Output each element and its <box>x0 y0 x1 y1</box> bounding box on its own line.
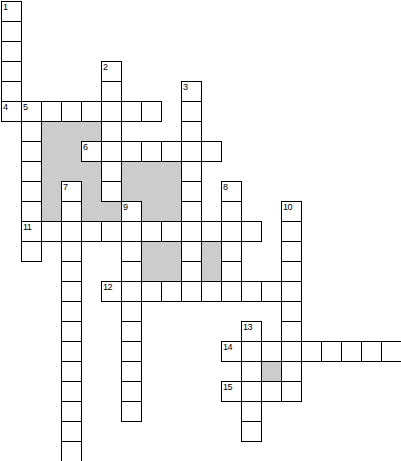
shaded-cell <box>81 181 102 202</box>
grid-cell[interactable]: 11 <box>21 221 42 242</box>
grid-cell[interactable] <box>241 281 262 302</box>
clue-number: 15 <box>223 382 232 392</box>
grid-cell[interactable] <box>281 241 302 262</box>
clue-number: 10 <box>283 202 292 212</box>
grid-cell[interactable]: 13 <box>241 321 262 342</box>
shaded-cell <box>61 141 82 162</box>
grid-cell[interactable] <box>161 281 182 302</box>
clue-number: 8 <box>223 182 228 192</box>
grid-cell[interactable] <box>121 221 142 242</box>
shaded-cell <box>61 161 82 182</box>
grid-cell[interactable] <box>61 301 82 322</box>
clue-number: 4 <box>3 102 8 112</box>
grid-cell[interactable] <box>121 381 142 402</box>
clue-number: 13 <box>243 322 252 332</box>
shaded-cell <box>81 161 102 182</box>
grid-cell[interactable]: 8 <box>221 181 242 202</box>
clue-number: 7 <box>63 182 68 192</box>
grid-cell[interactable] <box>181 261 202 282</box>
shaded-cell <box>41 121 62 142</box>
grid-cell[interactable] <box>161 141 182 162</box>
shaded-cell <box>161 201 182 222</box>
grid-cell[interactable] <box>121 361 142 382</box>
grid-cell[interactable] <box>61 281 82 302</box>
grid-cell[interactable] <box>281 281 302 302</box>
shaded-cell <box>161 161 182 182</box>
grid-cell[interactable] <box>41 101 62 122</box>
grid-cell[interactable] <box>281 321 302 342</box>
grid-cell[interactable] <box>181 121 202 142</box>
grid-cell[interactable] <box>121 241 142 262</box>
shaded-cell <box>141 241 162 262</box>
grid-cell[interactable] <box>261 381 282 402</box>
grid-cell[interactable] <box>61 341 82 362</box>
grid-cell[interactable] <box>221 241 242 262</box>
clue-number: 11 <box>23 222 31 232</box>
grid-cell[interactable] <box>301 341 322 362</box>
grid-cell[interactable] <box>1 21 22 42</box>
grid-cell[interactable] <box>181 201 202 222</box>
grid-cell[interactable] <box>221 221 242 242</box>
grid-cell[interactable] <box>1 61 22 82</box>
grid-cell[interactable]: 1 <box>1 1 22 22</box>
shaded-cell <box>81 121 102 142</box>
shaded-cell <box>141 201 162 222</box>
grid-cell[interactable]: 6 <box>81 141 102 162</box>
grid-cell[interactable] <box>221 281 242 302</box>
grid-cell[interactable] <box>141 141 162 162</box>
grid-cell[interactable]: 5 <box>21 101 42 122</box>
grid-cell[interactable]: 3 <box>181 81 202 102</box>
grid-cell[interactable]: 2 <box>101 61 122 82</box>
clue-number: 1 <box>3 2 8 12</box>
shaded-cell <box>41 201 62 222</box>
grid-cell[interactable] <box>121 301 142 322</box>
grid-cell[interactable] <box>201 281 222 302</box>
grid-cell[interactable] <box>221 201 242 222</box>
clue-number: 3 <box>183 82 188 92</box>
grid-cell[interactable] <box>181 161 202 182</box>
shaded-cell <box>41 181 62 202</box>
grid-cell[interactable] <box>181 241 202 262</box>
grid-cell[interactable] <box>241 341 262 362</box>
grid-cell[interactable] <box>101 101 122 122</box>
grid-cell[interactable]: 12 <box>101 281 122 302</box>
grid-cell[interactable] <box>121 101 142 122</box>
grid-cell[interactable] <box>41 221 62 242</box>
grid-cell[interactable] <box>181 101 202 122</box>
grid-cell[interactable] <box>181 281 202 302</box>
grid-cell[interactable] <box>141 281 162 302</box>
grid-cell[interactable] <box>21 141 42 162</box>
grid-cell[interactable] <box>101 181 122 202</box>
grid-cell[interactable] <box>181 181 202 202</box>
grid-cell[interactable] <box>1 41 22 62</box>
grid-cell[interactable] <box>241 401 262 422</box>
grid-cell[interactable] <box>21 201 42 222</box>
grid-cell[interactable] <box>361 341 382 362</box>
grid-cell[interactable] <box>21 181 42 202</box>
grid-cell[interactable] <box>221 261 242 282</box>
grid-cell[interactable] <box>181 141 202 162</box>
grid-cell[interactable] <box>281 381 302 402</box>
crossword-grid: 123456789101112131415 <box>0 0 401 461</box>
grid-cell[interactable] <box>61 201 82 222</box>
grid-cell[interactable] <box>281 301 302 322</box>
shaded-cell <box>41 161 62 182</box>
grid-cell[interactable] <box>121 321 142 342</box>
grid-cell[interactable] <box>101 81 122 102</box>
grid-cell[interactable] <box>141 221 162 242</box>
shaded-cell <box>121 181 142 202</box>
clue-number: 6 <box>83 142 88 152</box>
shaded-cell <box>101 201 122 222</box>
grid-cell[interactable] <box>241 221 262 242</box>
grid-cell[interactable] <box>341 341 362 362</box>
grid-cell[interactable] <box>261 281 282 302</box>
grid-cell[interactable]: 14 <box>221 341 242 362</box>
grid-cell[interactable] <box>141 101 162 122</box>
grid-cell[interactable] <box>281 341 302 362</box>
grid-cell[interactable] <box>101 141 122 162</box>
clue-number: 12 <box>103 282 112 292</box>
grid-cell[interactable] <box>241 361 262 382</box>
grid-cell[interactable] <box>61 361 82 382</box>
grid-cell[interactable] <box>81 221 102 242</box>
grid-cell[interactable]: 7 <box>61 181 82 202</box>
grid-cell[interactable] <box>61 421 82 442</box>
clue-number: 9 <box>123 202 128 212</box>
grid-cell[interactable] <box>61 101 82 122</box>
clue-number: 2 <box>103 62 108 72</box>
grid-cell[interactable] <box>101 161 122 182</box>
grid-cell[interactable]: 10 <box>281 201 302 222</box>
grid-cell[interactable]: 15 <box>221 381 242 402</box>
grid-cell[interactable] <box>1 81 22 102</box>
grid-cell[interactable] <box>381 341 401 362</box>
grid-cell[interactable] <box>121 261 142 282</box>
grid-cell[interactable]: 4 <box>1 101 22 122</box>
shaded-cell <box>41 141 62 162</box>
shaded-cell <box>201 241 222 262</box>
grid-cell[interactable] <box>101 221 122 242</box>
grid-cell[interactable] <box>281 221 302 242</box>
grid-cell[interactable] <box>121 401 142 422</box>
clue-number: 5 <box>23 102 28 112</box>
grid-cell[interactable] <box>61 321 82 342</box>
grid-cell[interactable] <box>321 341 342 362</box>
grid-cell[interactable] <box>201 221 222 242</box>
grid-cell[interactable] <box>261 341 282 362</box>
grid-cell[interactable] <box>281 361 302 382</box>
shaded-cell <box>141 181 162 202</box>
grid-cell[interactable] <box>241 421 262 442</box>
grid-cell[interactable] <box>101 121 122 142</box>
clue-number: 14 <box>223 342 232 352</box>
grid-cell[interactable] <box>201 141 222 162</box>
shaded-cell <box>161 241 182 262</box>
grid-cell[interactable] <box>161 221 182 242</box>
grid-cell[interactable] <box>181 221 202 242</box>
grid-cell[interactable] <box>21 161 42 182</box>
grid-cell[interactable] <box>61 401 82 422</box>
shaded-cell <box>141 161 162 182</box>
shaded-cell <box>261 361 282 382</box>
grid-cell[interactable] <box>61 261 82 282</box>
grid-cell[interactable] <box>21 121 42 142</box>
grid-cell[interactable] <box>61 241 82 262</box>
grid-cell[interactable] <box>61 441 82 461</box>
shaded-cell <box>201 261 222 282</box>
shaded-cell <box>141 261 162 282</box>
grid-cell[interactable] <box>61 221 82 242</box>
shaded-cell <box>121 161 142 182</box>
grid-cell[interactable]: 9 <box>121 201 142 222</box>
grid-cell[interactable] <box>61 381 82 402</box>
shaded-cell <box>161 261 182 282</box>
grid-cell[interactable] <box>121 141 142 162</box>
grid-cell[interactable] <box>241 381 262 402</box>
shaded-cell <box>81 201 102 222</box>
grid-cell[interactable] <box>121 341 142 362</box>
grid-cell[interactable] <box>81 101 102 122</box>
shaded-cell <box>61 121 82 142</box>
grid-cell[interactable] <box>21 241 42 262</box>
grid-cell[interactable] <box>121 281 142 302</box>
grid-cell[interactable] <box>281 261 302 282</box>
shaded-cell <box>161 181 182 202</box>
